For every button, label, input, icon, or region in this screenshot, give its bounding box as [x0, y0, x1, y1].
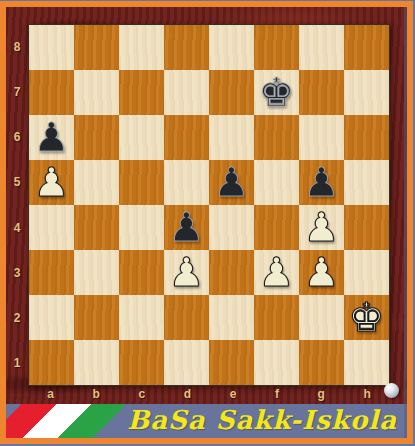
square-f2 — [254, 295, 299, 340]
black-pawn-a6: ♟ — [34, 115, 70, 160]
file-label-c: c — [119, 387, 164, 401]
file-label-g: g — [298, 387, 344, 401]
rank-label-2: 2 — [6, 296, 28, 341]
footer-banner: BaSa Sakk-Iskola — [6, 404, 407, 438]
square-f7: ♚ — [254, 70, 299, 115]
square-d3: ♟ — [164, 250, 209, 295]
site-title: BaSa Sakk-Iskola — [127, 405, 397, 435]
rank-label-6: 6 — [6, 115, 28, 160]
file-label-f: f — [256, 387, 299, 401]
file-labels: abcdefgh — [28, 387, 390, 401]
square-a1 — [29, 340, 74, 385]
rank-labels: 87654321 — [6, 24, 28, 386]
square-e3 — [209, 250, 254, 295]
rank-label-8: 8 — [6, 24, 28, 69]
file-label-a: a — [28, 387, 73, 401]
square-g1 — [299, 340, 344, 385]
white-pawn-d3: ♟ — [169, 250, 205, 295]
square-d1 — [164, 340, 209, 385]
square-e8 — [209, 25, 254, 70]
square-b6 — [74, 115, 119, 160]
square-d5 — [164, 160, 209, 205]
square-g7 — [299, 70, 344, 115]
square-g8 — [299, 25, 344, 70]
square-a5: ♟ — [29, 160, 74, 205]
square-h3 — [344, 250, 389, 295]
square-d7 — [164, 70, 209, 115]
rank-label-3: 3 — [6, 250, 28, 295]
square-c4 — [119, 205, 164, 250]
square-b4 — [74, 205, 119, 250]
square-d6 — [164, 115, 209, 160]
mahogany-board-frame: 87654321 ♚♟♟♟♟♟♟♟♟♟♚ abcdefgh — [6, 7, 407, 404]
chess-diagram: 87654321 ♚♟♟♟♟♟♟♟♟♟♚ abcdefgh BaSa Sakk-… — [0, 0, 415, 446]
chess-board: ♚♟♟♟♟♟♟♟♟♟♚ — [28, 24, 390, 386]
rank-label-5: 5 — [6, 160, 28, 205]
square-f3: ♟ — [254, 250, 299, 295]
square-a7 — [29, 70, 74, 115]
square-c8 — [119, 25, 164, 70]
square-e4 — [209, 205, 254, 250]
square-a8 — [29, 25, 74, 70]
square-a3 — [29, 250, 74, 295]
square-h2: ♚ — [344, 295, 389, 340]
square-d8 — [164, 25, 209, 70]
square-f8 — [254, 25, 299, 70]
square-h8 — [344, 25, 389, 70]
square-f1 — [254, 340, 299, 385]
square-g2 — [299, 295, 344, 340]
white-to-move-indicator — [384, 383, 399, 398]
square-c3 — [119, 250, 164, 295]
black-pawn-g5: ♟ — [304, 160, 340, 205]
white-pawn-a5: ♟ — [34, 160, 70, 205]
rank-label-7: 7 — [6, 69, 28, 114]
file-label-e: e — [210, 387, 255, 401]
square-g3: ♟ — [299, 250, 344, 295]
square-f5 — [254, 160, 299, 205]
square-c6 — [119, 115, 164, 160]
square-c5 — [119, 160, 164, 205]
white-pawn-f3: ♟ — [259, 250, 295, 295]
square-b8 — [74, 25, 119, 70]
square-b5 — [74, 160, 119, 205]
square-g5: ♟ — [299, 160, 344, 205]
square-c7 — [119, 70, 164, 115]
square-h1 — [344, 340, 389, 385]
square-b1 — [74, 340, 119, 385]
hungarian-flag-stripes — [6, 404, 124, 438]
square-a2 — [29, 295, 74, 340]
white-pawn-g4: ♟ — [304, 205, 340, 250]
square-h6 — [344, 115, 389, 160]
square-e2 — [209, 295, 254, 340]
square-h7 — [344, 70, 389, 115]
square-e5: ♟ — [209, 160, 254, 205]
square-e6 — [209, 115, 254, 160]
square-g4: ♟ — [299, 205, 344, 250]
square-e1 — [209, 340, 254, 385]
square-c2 — [119, 295, 164, 340]
square-h5 — [344, 160, 389, 205]
black-king-f7: ♚ — [259, 70, 295, 115]
rank-label-1: 1 — [6, 341, 28, 386]
outer-orange-border: 87654321 ♚♟♟♟♟♟♟♟♟♟♚ abcdefgh BaSa Sakk-… — [0, 1, 413, 444]
square-b7 — [74, 70, 119, 115]
file-label-b: b — [73, 387, 119, 401]
square-e7 — [209, 70, 254, 115]
rank-label-4: 4 — [6, 205, 28, 250]
square-g6 — [299, 115, 344, 160]
square-b3 — [74, 250, 119, 295]
square-d4: ♟ — [164, 205, 209, 250]
square-a6: ♟ — [29, 115, 74, 160]
square-d2 — [164, 295, 209, 340]
white-pawn-g3: ♟ — [304, 250, 340, 295]
square-a4 — [29, 205, 74, 250]
black-pawn-d4: ♟ — [169, 205, 205, 250]
square-c1 — [119, 340, 164, 385]
file-label-d: d — [164, 387, 210, 401]
black-pawn-e5: ♟ — [214, 160, 250, 205]
square-f6 — [254, 115, 299, 160]
white-king-h2: ♚ — [349, 295, 385, 340]
square-b2 — [74, 295, 119, 340]
square-h4 — [344, 205, 389, 250]
square-f4 — [254, 205, 299, 250]
